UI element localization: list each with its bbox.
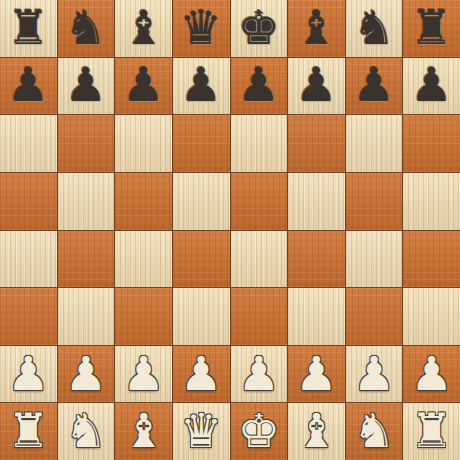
white-pawn[interactable]: ♟	[65, 350, 107, 397]
square-d1[interactable]: ♛	[173, 403, 230, 460]
square-e8[interactable]: ♚	[231, 0, 288, 57]
square-a6[interactable]	[0, 115, 57, 172]
black-rook[interactable]: ♜	[411, 4, 453, 51]
square-a5[interactable]	[0, 173, 57, 230]
square-e2[interactable]: ♟	[231, 346, 288, 403]
white-pawn[interactable]: ♟	[7, 350, 49, 397]
white-king[interactable]: ♚	[238, 407, 280, 454]
square-e3[interactable]	[231, 288, 288, 345]
square-h2[interactable]: ♟	[403, 346, 460, 403]
white-queen[interactable]: ♛	[180, 407, 222, 454]
square-d4[interactable]	[173, 231, 230, 288]
square-c8[interactable]: ♝	[115, 0, 172, 57]
white-pawn[interactable]: ♟	[180, 350, 222, 397]
square-b2[interactable]: ♟	[58, 346, 115, 403]
square-e1[interactable]: ♚	[231, 403, 288, 460]
white-bishop[interactable]: ♝	[295, 407, 337, 454]
square-g4[interactable]	[346, 231, 403, 288]
square-f7[interactable]: ♟	[288, 58, 345, 115]
square-a1[interactable]: ♜	[0, 403, 57, 460]
square-b4[interactable]	[58, 231, 115, 288]
square-h6[interactable]	[403, 115, 460, 172]
black-bishop[interactable]: ♝	[122, 4, 164, 51]
square-a3[interactable]	[0, 288, 57, 345]
chess-board-container: ♜♞♝♛♚♝♞♜♟♟♟♟♟♟♟♟♟♟♟♟♟♟♟♟♜♞♝♛♚♝♞♜	[0, 0, 460, 460]
white-knight[interactable]: ♞	[65, 407, 107, 454]
square-c2[interactable]: ♟	[115, 346, 172, 403]
square-g8[interactable]: ♞	[346, 0, 403, 57]
white-bishop[interactable]: ♝	[122, 407, 164, 454]
white-pawn[interactable]: ♟	[238, 350, 280, 397]
black-bishop[interactable]: ♝	[295, 4, 337, 51]
square-e6[interactable]	[231, 115, 288, 172]
square-b3[interactable]	[58, 288, 115, 345]
black-knight[interactable]: ♞	[65, 4, 107, 51]
square-f8[interactable]: ♝	[288, 0, 345, 57]
square-c6[interactable]	[115, 115, 172, 172]
square-b1[interactable]: ♞	[58, 403, 115, 460]
square-f6[interactable]	[288, 115, 345, 172]
square-f2[interactable]: ♟	[288, 346, 345, 403]
black-king[interactable]: ♚	[238, 4, 280, 51]
black-knight[interactable]: ♞	[353, 4, 395, 51]
square-a4[interactable]	[0, 231, 57, 288]
black-pawn[interactable]: ♟	[65, 61, 107, 108]
square-b8[interactable]: ♞	[58, 0, 115, 57]
white-pawn[interactable]: ♟	[411, 350, 453, 397]
square-h1[interactable]: ♜	[403, 403, 460, 460]
black-pawn[interactable]: ♟	[180, 61, 222, 108]
square-c3[interactable]	[115, 288, 172, 345]
black-pawn[interactable]: ♟	[295, 61, 337, 108]
square-g5[interactable]	[346, 173, 403, 230]
square-g6[interactable]	[346, 115, 403, 172]
square-c4[interactable]	[115, 231, 172, 288]
square-a2[interactable]: ♟	[0, 346, 57, 403]
square-c5[interactable]	[115, 173, 172, 230]
square-a8[interactable]: ♜	[0, 0, 57, 57]
square-g3[interactable]	[346, 288, 403, 345]
white-rook[interactable]: ♜	[411, 407, 453, 454]
square-h4[interactable]	[403, 231, 460, 288]
square-h3[interactable]	[403, 288, 460, 345]
square-a7[interactable]: ♟	[0, 58, 57, 115]
square-h8[interactable]: ♜	[403, 0, 460, 57]
white-pawn[interactable]: ♟	[122, 350, 164, 397]
square-d5[interactable]	[173, 173, 230, 230]
square-e4[interactable]	[231, 231, 288, 288]
square-d2[interactable]: ♟	[173, 346, 230, 403]
square-h5[interactable]	[403, 173, 460, 230]
square-h7[interactable]: ♟	[403, 58, 460, 115]
black-pawn[interactable]: ♟	[353, 61, 395, 108]
white-pawn[interactable]: ♟	[295, 350, 337, 397]
square-d6[interactable]	[173, 115, 230, 172]
square-d7[interactable]: ♟	[173, 58, 230, 115]
chess-board: ♜♞♝♛♚♝♞♜♟♟♟♟♟♟♟♟♟♟♟♟♟♟♟♟♜♞♝♛♚♝♞♜	[0, 0, 460, 460]
square-c7[interactable]: ♟	[115, 58, 172, 115]
square-c1[interactable]: ♝	[115, 403, 172, 460]
white-pawn[interactable]: ♟	[353, 350, 395, 397]
white-rook[interactable]: ♜	[7, 407, 49, 454]
square-e5[interactable]	[231, 173, 288, 230]
square-f4[interactable]	[288, 231, 345, 288]
square-b6[interactable]	[58, 115, 115, 172]
black-pawn[interactable]: ♟	[7, 61, 49, 108]
square-g2[interactable]: ♟	[346, 346, 403, 403]
black-pawn[interactable]: ♟	[411, 61, 453, 108]
square-g1[interactable]: ♞	[346, 403, 403, 460]
square-g7[interactable]: ♟	[346, 58, 403, 115]
square-e7[interactable]: ♟	[231, 58, 288, 115]
square-b7[interactable]: ♟	[58, 58, 115, 115]
square-d8[interactable]: ♛	[173, 0, 230, 57]
square-b5[interactable]	[58, 173, 115, 230]
white-knight[interactable]: ♞	[353, 407, 395, 454]
square-f3[interactable]	[288, 288, 345, 345]
square-d3[interactable]	[173, 288, 230, 345]
black-pawn[interactable]: ♟	[122, 61, 164, 108]
black-pawn[interactable]: ♟	[238, 61, 280, 108]
black-queen[interactable]: ♛	[180, 4, 222, 51]
square-f5[interactable]	[288, 173, 345, 230]
square-f1[interactable]: ♝	[288, 403, 345, 460]
black-rook[interactable]: ♜	[7, 4, 49, 51]
